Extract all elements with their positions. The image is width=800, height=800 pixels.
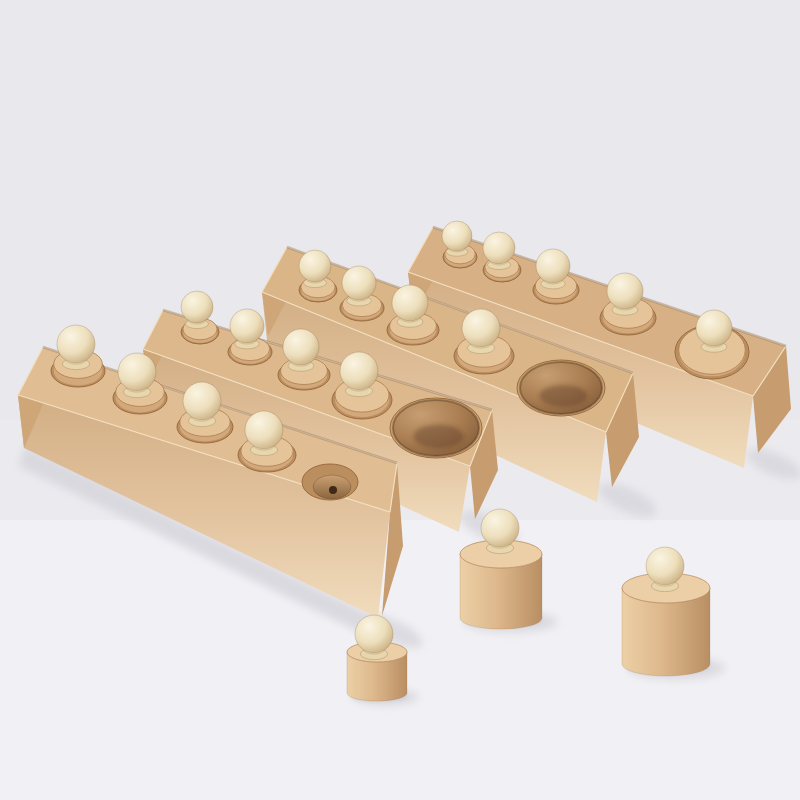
- block-2-socket-5-hole-large: [390, 398, 482, 458]
- block-1-front-socket-5-hole-small: [302, 464, 358, 500]
- block-3-socket-5-hole-large: [517, 360, 605, 416]
- montessori-cylinder-blocks-photo: [0, 0, 800, 800]
- product-photo: [0, 0, 800, 800]
